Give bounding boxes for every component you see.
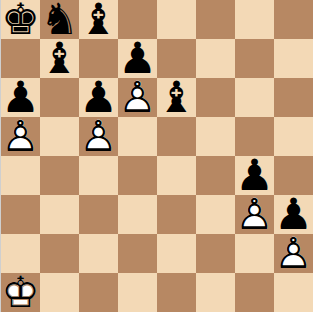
piece-white-king[interactable]: ♚♔ (1, 273, 40, 312)
square-c1[interactable] (79, 273, 118, 312)
square-b6[interactable] (40, 78, 79, 117)
square-a1[interactable]: ♚♔ (1, 273, 40, 312)
chess-board: ♚♞♝♝♟♟♟♟♙♝♟♙♟♙♟♟♙♟♟♙♚♔ (1, 0, 313, 312)
square-f1[interactable] (196, 273, 235, 312)
square-b2[interactable] (40, 234, 79, 273)
square-f3[interactable] (196, 195, 235, 234)
square-h1[interactable] (274, 273, 313, 312)
square-g6[interactable] (235, 78, 274, 117)
square-c2[interactable] (79, 234, 118, 273)
square-b5[interactable] (40, 117, 79, 156)
square-d1[interactable] (118, 273, 157, 312)
square-a8[interactable]: ♚ (1, 0, 40, 39)
square-a4[interactable] (1, 156, 40, 195)
square-d6[interactable]: ♟♙ (118, 78, 157, 117)
square-d5[interactable] (118, 117, 157, 156)
square-f4[interactable] (196, 156, 235, 195)
square-d2[interactable] (118, 234, 157, 273)
piece-white-pawn[interactable]: ♟♙ (1, 117, 40, 156)
square-b3[interactable] (40, 195, 79, 234)
square-f2[interactable] (196, 234, 235, 273)
piece-black-bishop[interactable]: ♝ (157, 78, 196, 117)
square-g8[interactable] (235, 0, 274, 39)
piece-white-pawn[interactable]: ♟♙ (235, 195, 274, 234)
square-b7[interactable]: ♝ (40, 39, 79, 78)
square-e6[interactable]: ♝ (157, 78, 196, 117)
piece-outline-layer: ♙ (79, 117, 118, 156)
piece-white-pawn[interactable]: ♟♙ (274, 234, 313, 273)
square-h5[interactable] (274, 117, 313, 156)
square-g1[interactable] (235, 273, 274, 312)
piece-white-pawn[interactable]: ♟♙ (118, 78, 157, 117)
square-h8[interactable] (274, 0, 313, 39)
square-c4[interactable] (79, 156, 118, 195)
square-f7[interactable] (196, 39, 235, 78)
square-g3[interactable]: ♟♙ (235, 195, 274, 234)
piece-outline-layer: ♙ (274, 234, 313, 273)
square-f6[interactable] (196, 78, 235, 117)
piece-black-bishop[interactable]: ♝ (79, 0, 118, 39)
piece-outline-layer: ♙ (1, 117, 40, 156)
square-d3[interactable] (118, 195, 157, 234)
piece-outline-layer: ♔ (1, 273, 40, 312)
square-f5[interactable] (196, 117, 235, 156)
square-f8[interactable] (196, 0, 235, 39)
square-e5[interactable] (157, 117, 196, 156)
piece-black-king[interactable]: ♚ (1, 0, 40, 39)
square-h2[interactable]: ♟♙ (274, 234, 313, 273)
piece-outline-layer: ♙ (118, 78, 157, 117)
piece-black-bishop[interactable]: ♝ (40, 39, 79, 78)
square-b4[interactable] (40, 156, 79, 195)
square-c3[interactable] (79, 195, 118, 234)
square-e1[interactable] (157, 273, 196, 312)
square-h6[interactable] (274, 78, 313, 117)
square-g2[interactable] (235, 234, 274, 273)
square-b1[interactable] (40, 273, 79, 312)
square-d4[interactable] (118, 156, 157, 195)
square-c8[interactable]: ♝ (79, 0, 118, 39)
square-g7[interactable] (235, 39, 274, 78)
square-e8[interactable] (157, 0, 196, 39)
square-a3[interactable] (1, 195, 40, 234)
square-c5[interactable]: ♟♙ (79, 117, 118, 156)
square-h7[interactable] (274, 39, 313, 78)
square-a5[interactable]: ♟♙ (1, 117, 40, 156)
square-e3[interactable] (157, 195, 196, 234)
square-e2[interactable] (157, 234, 196, 273)
piece-white-pawn[interactable]: ♟♙ (79, 117, 118, 156)
square-e4[interactable] (157, 156, 196, 195)
piece-outline-layer: ♙ (235, 195, 274, 234)
chess-app-window: ♚♞♝♝♟♟♟♟♙♝♟♙♟♙♟♟♙♟♟♙♚♔ (0, 0, 313, 312)
